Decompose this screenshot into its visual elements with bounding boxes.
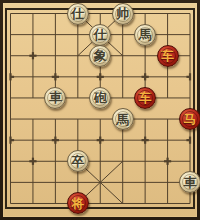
ivory-horse[interactable]: 馬 [112, 108, 134, 130]
ivory-elephant[interactable]: 象 [89, 45, 111, 67]
piece-glyph: 馬 [139, 28, 152, 41]
piece-glyph: 象 [94, 49, 107, 62]
piece-glyph: 车 [139, 91, 152, 104]
red-chariot[interactable]: 车 [134, 87, 156, 109]
piece-glyph: 仕 [94, 28, 107, 41]
piece-glyph: 卒 [71, 155, 84, 168]
ivory-chariot[interactable]: 車 [179, 171, 200, 193]
piece-glyph: 车 [161, 49, 174, 62]
ivory-advisor[interactable]: 仕 [67, 3, 89, 25]
piece-glyph: 仕 [71, 7, 84, 20]
ivory-pawn[interactable]: 卒 [67, 150, 89, 172]
red-chariot[interactable]: 车 [157, 45, 179, 67]
piece-glyph: 馬 [116, 113, 129, 126]
piece-glyph: 車 [49, 91, 62, 104]
ivory-advisor[interactable]: 仕 [89, 24, 111, 46]
piece-glyph: 車 [184, 176, 197, 189]
piece-glyph: 将 [71, 197, 84, 210]
piece-glyph: 马 [184, 113, 197, 126]
ivory-general[interactable]: 帅 [112, 3, 134, 25]
xiangqi-app-window: 仕帅仕馬象车車砲车馬马卒車将 [0, 0, 200, 220]
ivory-horse[interactable]: 馬 [134, 24, 156, 46]
piece-glyph: 砲 [94, 91, 107, 104]
red-horse[interactable]: 马 [179, 108, 200, 130]
piece-glyph: 帅 [116, 7, 129, 20]
